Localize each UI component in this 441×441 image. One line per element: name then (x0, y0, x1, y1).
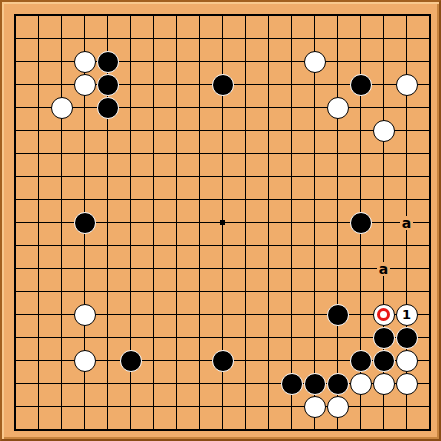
intersection-io[interactable] (188, 326, 211, 349)
intersection-gh[interactable] (142, 165, 165, 188)
intersection-sd[interactable] (418, 73, 441, 96)
intersection-cl[interactable] (50, 257, 73, 280)
intersection-ai[interactable] (4, 188, 27, 211)
intersection-ka[interactable] (234, 4, 257, 27)
intersection-oi[interactable] (326, 188, 349, 211)
intersection-el[interactable] (96, 257, 119, 280)
intersection-al[interactable] (4, 257, 27, 280)
intersection-nf[interactable] (303, 119, 326, 142)
intersection-dh[interactable] (73, 165, 96, 188)
intersection-so[interactable] (418, 326, 441, 349)
intersection-eg[interactable] (96, 142, 119, 165)
intersection-go[interactable] (142, 326, 165, 349)
intersection-np[interactable] (303, 349, 326, 372)
intersection-ph[interactable] (349, 165, 372, 188)
intersection-jg[interactable] (211, 142, 234, 165)
intersection-sl[interactable] (418, 257, 441, 280)
intersection-ob[interactable] (326, 27, 349, 50)
intersection-sj[interactable] (418, 211, 441, 234)
intersection-fo[interactable] (119, 326, 142, 349)
intersection-es[interactable] (96, 418, 119, 441)
intersection-is[interactable] (188, 418, 211, 441)
intersection-co[interactable] (50, 326, 73, 349)
intersection-ne[interactable] (303, 96, 326, 119)
intersection-ri[interactable] (395, 188, 418, 211)
intersection-kf[interactable] (234, 119, 257, 142)
intersection-lh[interactable] (257, 165, 280, 188)
intersection-cg[interactable] (50, 142, 73, 165)
intersection-fd[interactable] (119, 73, 142, 96)
intersection-hq[interactable] (165, 372, 188, 395)
intersection-pl[interactable] (349, 257, 372, 280)
intersection-of[interactable] (326, 119, 349, 142)
intersection-an[interactable] (4, 303, 27, 326)
intersection-nn[interactable] (303, 303, 326, 326)
intersection-en[interactable] (96, 303, 119, 326)
intersection-kp[interactable] (234, 349, 257, 372)
intersection-fh[interactable] (119, 165, 142, 188)
intersection-nd[interactable] (303, 73, 326, 96)
intersection-er[interactable] (96, 395, 119, 418)
intersection-hk[interactable] (165, 234, 188, 257)
intersection-bl[interactable] (27, 257, 50, 280)
intersection-aj[interactable] (4, 211, 27, 234)
intersection-mp[interactable] (280, 349, 303, 372)
intersection-cs[interactable] (50, 418, 73, 441)
intersection-ml[interactable] (280, 257, 303, 280)
intersection-as[interactable] (4, 418, 27, 441)
intersection-bj[interactable] (27, 211, 50, 234)
intersection-im[interactable] (188, 280, 211, 303)
intersection-ep[interactable] (96, 349, 119, 372)
intersection-ck[interactable] (50, 234, 73, 257)
intersection-rg[interactable] (395, 142, 418, 165)
intersection-jr[interactable] (211, 395, 234, 418)
intersection-bf[interactable] (27, 119, 50, 142)
intersection-rf[interactable] (395, 119, 418, 142)
intersection-cr[interactable] (50, 395, 73, 418)
intersection-oh[interactable] (326, 165, 349, 188)
intersection-lq[interactable] (257, 372, 280, 395)
intersection-ff[interactable] (119, 119, 142, 142)
intersection-bs[interactable] (27, 418, 50, 441)
intersection-jl[interactable] (211, 257, 234, 280)
intersection-fc[interactable] (119, 50, 142, 73)
intersection-gj[interactable] (142, 211, 165, 234)
intersection-lr[interactable] (257, 395, 280, 418)
intersection-sh[interactable] (418, 165, 441, 188)
intersection-ga[interactable] (142, 4, 165, 27)
intersection-md[interactable] (280, 73, 303, 96)
intersection-ke[interactable] (234, 96, 257, 119)
intersection-mb[interactable] (280, 27, 303, 50)
intersection-cp[interactable] (50, 349, 73, 372)
intersection-lc[interactable] (257, 50, 280, 73)
intersection-ie[interactable] (188, 96, 211, 119)
intersection-sc[interactable] (418, 50, 441, 73)
intersection-ok[interactable] (326, 234, 349, 257)
intersection-fl[interactable] (119, 257, 142, 280)
intersection-eq[interactable] (96, 372, 119, 395)
intersection-ip[interactable] (188, 349, 211, 372)
intersection-mg[interactable] (280, 142, 303, 165)
intersection-rh[interactable] (395, 165, 418, 188)
intersection-gi[interactable] (142, 188, 165, 211)
intersection-gs[interactable] (142, 418, 165, 441)
intersection-hd[interactable] (165, 73, 188, 96)
intersection-fe[interactable] (119, 96, 142, 119)
intersection-rc[interactable] (395, 50, 418, 73)
intersection-ge[interactable] (142, 96, 165, 119)
intersection-rb[interactable] (395, 27, 418, 50)
intersection-nj[interactable] (303, 211, 326, 234)
intersection-mo[interactable] (280, 326, 303, 349)
intersection-kr[interactable] (234, 395, 257, 418)
intersection-aq[interactable] (4, 372, 27, 395)
intersection-ak[interactable] (4, 234, 27, 257)
intersection-hl[interactable] (165, 257, 188, 280)
intersection-lb[interactable] (257, 27, 280, 50)
intersection-he[interactable] (165, 96, 188, 119)
intersection-bq[interactable] (27, 372, 50, 395)
intersection-df[interactable] (73, 119, 96, 142)
intersection-pr[interactable] (349, 395, 372, 418)
intersection-ag[interactable] (4, 142, 27, 165)
intersection-fr[interactable] (119, 395, 142, 418)
intersection-gg[interactable] (142, 142, 165, 165)
intersection-nm[interactable] (303, 280, 326, 303)
intersection-ks[interactable] (234, 418, 257, 441)
intersection-le[interactable] (257, 96, 280, 119)
intersection-be[interactable] (27, 96, 50, 119)
intersection-pi[interactable] (349, 188, 372, 211)
intersection-rk[interactable] (395, 234, 418, 257)
intersection-kq[interactable] (234, 372, 257, 395)
intersection-jh[interactable] (211, 165, 234, 188)
intersection-cc[interactable] (50, 50, 73, 73)
intersection-bh[interactable] (27, 165, 50, 188)
intersection-ap[interactable] (4, 349, 27, 372)
intersection-fa[interactable] (119, 4, 142, 27)
intersection-nh[interactable] (303, 165, 326, 188)
intersection-fm[interactable] (119, 280, 142, 303)
intersection-lo[interactable] (257, 326, 280, 349)
intersection-bd[interactable] (27, 73, 50, 96)
intersection-pe[interactable] (349, 96, 372, 119)
intersection-ef[interactable] (96, 119, 119, 142)
intersection-ba[interactable] (27, 4, 50, 27)
intersection-fi[interactable] (119, 188, 142, 211)
intersection-jj[interactable] (211, 211, 234, 234)
intersection-no[interactable] (303, 326, 326, 349)
intersection-aa[interactable] (4, 4, 27, 27)
intersection-km[interactable] (234, 280, 257, 303)
intersection-qa[interactable] (372, 4, 395, 27)
intersection-pa[interactable] (349, 4, 372, 27)
intersection-dr[interactable] (73, 395, 96, 418)
intersection-ni[interactable] (303, 188, 326, 211)
intersection-jo[interactable] (211, 326, 234, 349)
intersection-cd[interactable] (50, 73, 73, 96)
intersection-ca[interactable] (50, 4, 73, 27)
intersection-sr[interactable] (418, 395, 441, 418)
intersection-lj[interactable] (257, 211, 280, 234)
intersection-bm[interactable] (27, 280, 50, 303)
intersection-ja[interactable] (211, 4, 234, 27)
intersection-rl[interactable] (395, 257, 418, 280)
intersection-kd[interactable] (234, 73, 257, 96)
intersection-dk[interactable] (73, 234, 96, 257)
intersection-mk[interactable] (280, 234, 303, 257)
intersection-ko[interactable] (234, 326, 257, 349)
intersection-lk[interactable] (257, 234, 280, 257)
intersection-cm[interactable] (50, 280, 73, 303)
intersection-om[interactable] (326, 280, 349, 303)
intersection-cj[interactable] (50, 211, 73, 234)
intersection-hc[interactable] (165, 50, 188, 73)
intersection-lp[interactable] (257, 349, 280, 372)
intersection-ha[interactable] (165, 4, 188, 27)
intersection-am[interactable] (4, 280, 27, 303)
intersection-jn[interactable] (211, 303, 234, 326)
intersection-pm[interactable] (349, 280, 372, 303)
intersection-fq[interactable] (119, 372, 142, 395)
intersection-ra[interactable] (395, 4, 418, 27)
intersection-hp[interactable] (165, 349, 188, 372)
intersection-il[interactable] (188, 257, 211, 280)
intersection-bp[interactable] (27, 349, 50, 372)
intersection-hn[interactable] (165, 303, 188, 326)
intersection-kh[interactable] (234, 165, 257, 188)
intersection-qi[interactable] (372, 188, 395, 211)
intersection-db[interactable] (73, 27, 96, 50)
intersection-gm[interactable] (142, 280, 165, 303)
intersection-dq[interactable] (73, 372, 96, 395)
intersection-ls[interactable] (257, 418, 280, 441)
intersection-mr[interactable] (280, 395, 303, 418)
intersection-af[interactable] (4, 119, 27, 142)
intersection-ah[interactable] (4, 165, 27, 188)
intersection-da[interactable] (73, 4, 96, 27)
intersection-mm[interactable] (280, 280, 303, 303)
intersection-cn[interactable] (50, 303, 73, 326)
intersection-hr[interactable] (165, 395, 188, 418)
intersection-re[interactable] (395, 96, 418, 119)
intersection-la[interactable] (257, 4, 280, 27)
intersection-oa[interactable] (326, 4, 349, 27)
intersection-dm[interactable] (73, 280, 96, 303)
intersection-ik[interactable] (188, 234, 211, 257)
intersection-br[interactable] (27, 395, 50, 418)
intersection-qe[interactable] (372, 96, 395, 119)
intersection-oj[interactable] (326, 211, 349, 234)
intersection-kj[interactable] (234, 211, 257, 234)
intersection-ig[interactable] (188, 142, 211, 165)
intersection-hb[interactable] (165, 27, 188, 50)
intersection-nb[interactable] (303, 27, 326, 50)
intersection-ci[interactable] (50, 188, 73, 211)
intersection-hh[interactable] (165, 165, 188, 188)
intersection-pn[interactable] (349, 303, 372, 326)
intersection-ic[interactable] (188, 50, 211, 73)
intersection-if[interactable] (188, 119, 211, 142)
intersection-em[interactable] (96, 280, 119, 303)
intersection-gq[interactable] (142, 372, 165, 395)
intersection-sn[interactable] (418, 303, 441, 326)
intersection-lm[interactable] (257, 280, 280, 303)
intersection-po[interactable] (349, 326, 372, 349)
intersection-ab[interactable] (4, 27, 27, 50)
intersection-qb[interactable] (372, 27, 395, 50)
intersection-gk[interactable] (142, 234, 165, 257)
intersection-ji[interactable] (211, 188, 234, 211)
intersection-sp[interactable] (418, 349, 441, 372)
intersection-id[interactable] (188, 73, 211, 96)
intersection-ps[interactable] (349, 418, 372, 441)
intersection-jk[interactable] (211, 234, 234, 257)
intersection-hf[interactable] (165, 119, 188, 142)
intersection-ib[interactable] (188, 27, 211, 50)
intersection-kl[interactable] (234, 257, 257, 280)
intersection-je[interactable] (211, 96, 234, 119)
intersection-qm[interactable] (372, 280, 395, 303)
intersection-ss[interactable] (418, 418, 441, 441)
intersection-bk[interactable] (27, 234, 50, 257)
intersection-pb[interactable] (349, 27, 372, 50)
intersection-ms[interactable] (280, 418, 303, 441)
intersection-kb[interactable] (234, 27, 257, 50)
intersection-pk[interactable] (349, 234, 372, 257)
intersection-fb[interactable] (119, 27, 142, 50)
intersection-rj[interactable]: a (395, 211, 418, 234)
intersection-pc[interactable] (349, 50, 372, 73)
intersection-mh[interactable] (280, 165, 303, 188)
intersection-in[interactable] (188, 303, 211, 326)
intersection-qs[interactable] (372, 418, 395, 441)
intersection-kn[interactable] (234, 303, 257, 326)
intersection-bc[interactable] (27, 50, 50, 73)
intersection-li[interactable] (257, 188, 280, 211)
intersection-ln[interactable] (257, 303, 280, 326)
intersection-ll[interactable] (257, 257, 280, 280)
intersection-jm[interactable] (211, 280, 234, 303)
intersection-mc[interactable] (280, 50, 303, 73)
intersection-ho[interactable] (165, 326, 188, 349)
intersection-cf[interactable] (50, 119, 73, 142)
intersection-ao[interactable] (4, 326, 27, 349)
intersection-ae[interactable] (4, 96, 27, 119)
intersection-di[interactable] (73, 188, 96, 211)
intersection-dg[interactable] (73, 142, 96, 165)
intersection-ii[interactable] (188, 188, 211, 211)
intersection-eh[interactable] (96, 165, 119, 188)
intersection-sa[interactable] (418, 4, 441, 27)
intersection-qk[interactable] (372, 234, 395, 257)
intersection-js[interactable] (211, 418, 234, 441)
intersection-ij[interactable] (188, 211, 211, 234)
intersection-fj[interactable] (119, 211, 142, 234)
intersection-gr[interactable] (142, 395, 165, 418)
intersection-od[interactable] (326, 73, 349, 96)
intersection-hm[interactable] (165, 280, 188, 303)
intersection-mi[interactable] (280, 188, 303, 211)
intersection-os[interactable] (326, 418, 349, 441)
intersection-hs[interactable] (165, 418, 188, 441)
intersection-oc[interactable] (326, 50, 349, 73)
intersection-gn[interactable] (142, 303, 165, 326)
intersection-ir[interactable] (188, 395, 211, 418)
intersection-ns[interactable] (303, 418, 326, 441)
intersection-si[interactable] (418, 188, 441, 211)
intersection-ek[interactable] (96, 234, 119, 257)
intersection-sm[interactable] (418, 280, 441, 303)
intersection-sb[interactable] (418, 27, 441, 50)
intersection-ki[interactable] (234, 188, 257, 211)
intersection-op[interactable] (326, 349, 349, 372)
intersection-qc[interactable] (372, 50, 395, 73)
intersection-mj[interactable] (280, 211, 303, 234)
intersection-ia[interactable] (188, 4, 211, 27)
intersection-fn[interactable] (119, 303, 142, 326)
intersection-fk[interactable] (119, 234, 142, 257)
intersection-eb[interactable] (96, 27, 119, 50)
intersection-ol[interactable] (326, 257, 349, 280)
intersection-qd[interactable] (372, 73, 395, 96)
intersection-sq[interactable] (418, 372, 441, 395)
intersection-qj[interactable] (372, 211, 395, 234)
intersection-qh[interactable] (372, 165, 395, 188)
intersection-gp[interactable] (142, 349, 165, 372)
intersection-hj[interactable] (165, 211, 188, 234)
intersection-ea[interactable] (96, 4, 119, 27)
intersection-gb[interactable] (142, 27, 165, 50)
intersection-jq[interactable] (211, 372, 234, 395)
intersection-gc[interactable] (142, 50, 165, 73)
intersection-eo[interactable] (96, 326, 119, 349)
intersection-ei[interactable] (96, 188, 119, 211)
intersection-me[interactable] (280, 96, 303, 119)
intersection-ql[interactable]: a (372, 257, 395, 280)
intersection-kk[interactable] (234, 234, 257, 257)
intersection-hg[interactable] (165, 142, 188, 165)
intersection-bg[interactable] (27, 142, 50, 165)
intersection-sf[interactable] (418, 119, 441, 142)
intersection-oo[interactable] (326, 326, 349, 349)
intersection-nk[interactable] (303, 234, 326, 257)
intersection-hi[interactable] (165, 188, 188, 211)
intersection-ad[interactable] (4, 73, 27, 96)
intersection-do[interactable] (73, 326, 96, 349)
intersection-bi[interactable] (27, 188, 50, 211)
intersection-og[interactable] (326, 142, 349, 165)
intersection-gl[interactable] (142, 257, 165, 280)
intersection-ma[interactable] (280, 4, 303, 27)
intersection-se[interactable] (418, 96, 441, 119)
intersection-gf[interactable] (142, 119, 165, 142)
intersection-jc[interactable] (211, 50, 234, 73)
intersection-ch[interactable] (50, 165, 73, 188)
intersection-cb[interactable] (50, 27, 73, 50)
intersection-jb[interactable] (211, 27, 234, 50)
intersection-qg[interactable] (372, 142, 395, 165)
intersection-cq[interactable] (50, 372, 73, 395)
intersection-nl[interactable] (303, 257, 326, 280)
intersection-na[interactable] (303, 4, 326, 27)
intersection-kg[interactable] (234, 142, 257, 165)
intersection-dl[interactable] (73, 257, 96, 280)
intersection-rs[interactable] (395, 418, 418, 441)
intersection-sk[interactable] (418, 234, 441, 257)
